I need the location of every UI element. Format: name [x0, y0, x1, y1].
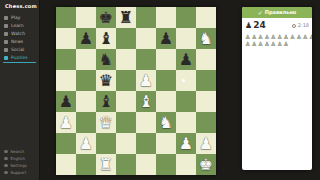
correct-banner-label: Правильно [265, 10, 297, 15]
settings-icon [4, 164, 8, 168]
black-knight-c6[interactable]: ♞ [96, 49, 116, 70]
white-bishop-e4[interactable]: ♝ [136, 91, 156, 112]
puzzles-icon [4, 56, 8, 60]
solved-puzzle-pawn-icon: ♟ [264, 41, 269, 47]
solved-puzzle-pawn-icon: ♟ [277, 34, 282, 40]
white-pawn-g2[interactable]: ♟ [176, 133, 196, 154]
sidebar-footer: SearchEnglishSettingsSupport [0, 148, 40, 176]
solved-puzzle-pawn-icon: ♟ [245, 41, 250, 47]
square-f7[interactable]: ♟ [156, 28, 176, 49]
sidebar-item-social[interactable]: Social [0, 46, 39, 54]
streak-row-1: ♟♟♟♟♟♟♟♟♟♟♟ [245, 33, 309, 40]
solved-puzzle-pawn-icon: ♟ [283, 41, 288, 47]
square-g3[interactable] [176, 112, 196, 133]
square-d3[interactable] [116, 112, 136, 133]
correct-banner: ✓ Правильно [242, 7, 312, 18]
white-pawn-h2[interactable]: ♟ [196, 133, 216, 154]
square-g6[interactable]: ♟ [176, 49, 196, 70]
square-b7[interactable]: ♟ [76, 28, 96, 49]
square-c5[interactable]: ♛ [96, 70, 116, 91]
square-c1[interactable]: ♜ [96, 154, 116, 175]
square-b1[interactable] [76, 154, 96, 175]
square-b3[interactable] [76, 112, 96, 133]
solved-puzzle-pawn-icon: ♟ [245, 34, 250, 40]
social-icon [4, 48, 8, 52]
square-h3[interactable] [196, 112, 216, 133]
square-e6[interactable] [136, 49, 156, 70]
solved-puzzle-pawn-icon: ♟ [258, 41, 263, 47]
square-b5[interactable] [76, 70, 96, 91]
white-rook-c1[interactable]: ♜ [96, 154, 116, 175]
square-d6[interactable] [116, 49, 136, 70]
square-a4[interactable]: ♟ [56, 91, 76, 112]
square-f5[interactable] [156, 70, 176, 91]
sidebar-footer-english[interactable]: English [0, 155, 40, 162]
solved-puzzle-pawn-icon: ♟ [296, 34, 301, 40]
square-d2[interactable] [116, 133, 136, 154]
cursor-dot [182, 79, 185, 82]
black-queen-c5[interactable]: ♛ [96, 70, 116, 91]
white-pawn-e5[interactable]: ♟ [136, 70, 156, 91]
square-h7[interactable]: ♞ [196, 28, 216, 49]
solved-puzzle-pawn-icon: ♟ [283, 34, 288, 40]
solved-puzzle-pawn-icon: ♟ [264, 34, 269, 40]
square-a8[interactable] [56, 7, 76, 28]
square-e7[interactable] [136, 28, 156, 49]
square-c6[interactable]: ♞ [96, 49, 116, 70]
solved-puzzle-pawn-icon: ♟ [258, 34, 263, 40]
news-icon [4, 40, 8, 44]
square-f6[interactable] [156, 49, 176, 70]
black-pawn-f7[interactable]: ♟ [156, 28, 176, 49]
square-a2[interactable] [56, 133, 76, 154]
black-rook-d8[interactable]: ♜ [116, 7, 136, 28]
square-f3[interactable]: ♞ [156, 112, 176, 133]
sidebar-footer-settings[interactable]: Settings [0, 162, 40, 169]
white-pawn-a3[interactable]: ♟ [56, 112, 76, 133]
square-h2[interactable]: ♟ [196, 133, 216, 154]
square-e5[interactable]: ♟ [136, 70, 156, 91]
square-b8[interactable] [76, 7, 96, 28]
learn-icon [4, 24, 8, 28]
square-f1[interactable] [156, 154, 176, 175]
solved-puzzle-pawn-icon: ♟ [309, 34, 312, 40]
square-c8[interactable]: ♚ [96, 7, 116, 28]
score-pawn-icon: ♟ [245, 22, 252, 30]
solved-puzzle-pawn-icon: ♟ [303, 34, 308, 40]
logo-text: Chess.com [5, 3, 37, 9]
square-d8[interactable]: ♜ [116, 7, 136, 28]
support-icon [4, 171, 8, 175]
square-c4[interactable]: ♝ [96, 91, 116, 112]
square-a6[interactable] [56, 49, 76, 70]
square-h6[interactable] [196, 49, 216, 70]
sidebar-footer-search[interactable]: Search [0, 148, 40, 155]
square-g4[interactable] [176, 91, 196, 112]
square-e4[interactable]: ♝ [136, 91, 156, 112]
logo[interactable]: Chess.com [0, 0, 39, 11]
timer-value: 2:18 [298, 23, 309, 28]
sidebar-footer-support[interactable]: Support [0, 169, 40, 176]
square-a3[interactable]: ♟ [56, 112, 76, 133]
square-e3[interactable] [136, 112, 156, 133]
check-icon: ✓ [258, 10, 263, 16]
square-c7[interactable]: ♝ [96, 28, 116, 49]
sidebar-item-learn[interactable]: Learn [0, 22, 39, 30]
black-pawn-g6[interactable]: ♟ [176, 49, 196, 70]
square-h4[interactable] [196, 91, 216, 112]
square-c3[interactable]: ♛ [96, 112, 116, 133]
white-king-h1[interactable]: ♚ [196, 154, 216, 175]
solved-puzzle-pawn-icon: ♟ [277, 41, 282, 47]
sidebar-nav: PlayLearnWatchNewsSocialPuzzles [0, 14, 39, 62]
square-g5[interactable] [176, 70, 196, 91]
white-queen-c3[interactable]: ♛ [96, 112, 116, 133]
square-d4[interactable] [116, 91, 136, 112]
square-a7[interactable] [56, 28, 76, 49]
black-bishop-c7[interactable]: ♝ [96, 28, 116, 49]
score-value: 24 [253, 21, 266, 30]
sidebar-item-watch[interactable]: Watch [0, 30, 39, 38]
square-a5[interactable] [56, 70, 76, 91]
streak-row-2: ♟♟♟♟♟♟♟ [245, 40, 309, 47]
square-f2[interactable] [156, 133, 176, 154]
play-icon [4, 16, 8, 20]
square-g7[interactable] [176, 28, 196, 49]
square-e8[interactable] [136, 7, 156, 28]
square-h1[interactable]: ♚ [196, 154, 216, 175]
white-knight-f3[interactable]: ♞ [156, 112, 176, 133]
white-knight-h7[interactable]: ♞ [196, 28, 216, 49]
square-a1[interactable] [56, 154, 76, 175]
sidebar: Chess.com PlayLearnWatchNewsSocialPuzzle… [0, 0, 40, 180]
app-window: Chess.com PlayLearnWatchNewsSocialPuzzle… [0, 0, 320, 180]
solved-puzzle-pawn-icon: ♟ [251, 41, 256, 47]
timer: 2:18 [292, 23, 309, 28]
black-pawn-b7[interactable]: ♟ [76, 28, 96, 49]
square-f4[interactable] [156, 91, 176, 112]
square-d7[interactable] [116, 28, 136, 49]
square-g2[interactable]: ♟ [176, 133, 196, 154]
square-b4[interactable] [76, 91, 96, 112]
watch-icon [4, 32, 8, 36]
square-b2[interactable]: ♟ [76, 133, 96, 154]
square-d1[interactable] [116, 154, 136, 175]
square-e2[interactable] [136, 133, 156, 154]
white-pawn-b2[interactable]: ♟ [76, 133, 96, 154]
puzzle-panel: ✓ Правильно ♟ 24 2:18 ♟♟♟♟♟♟♟♟♟♟♟♟♟♟♟♟♟♟ [242, 7, 312, 170]
streak-rows: ♟♟♟♟♟♟♟♟♟♟♟♟♟♟♟♟♟♟ [242, 31, 312, 47]
square-d5[interactable] [116, 70, 136, 91]
sidebar-item-puzzles[interactable]: Puzzles [0, 54, 39, 62]
square-h8[interactable] [196, 7, 216, 28]
chess-board[interactable]: ♚♜♟♝♟♞♞♟♛♟♟♝♝♟♛♞♟♟♟♜♚ [56, 7, 216, 175]
square-h5[interactable] [196, 70, 216, 91]
solved-puzzle-pawn-icon: ♟ [251, 34, 256, 40]
square-g8[interactable] [176, 7, 196, 28]
english-icon [4, 157, 8, 161]
search-icon [4, 150, 8, 154]
sidebar-item-news[interactable]: News [0, 38, 39, 46]
square-f8[interactable] [156, 7, 176, 28]
square-c2[interactable] [96, 133, 116, 154]
solved-puzzle-pawn-icon: ♟ [271, 34, 276, 40]
sidebar-item-play[interactable]: Play [0, 14, 39, 22]
solved-puzzle-pawn-icon: ♟ [290, 34, 295, 40]
black-king-c8[interactable]: ♚ [96, 7, 116, 28]
solved-puzzle-pawn-icon: ♟ [271, 41, 276, 47]
square-e1[interactable] [136, 154, 156, 175]
black-bishop-c4[interactable]: ♝ [96, 91, 116, 112]
clock-icon [292, 24, 296, 28]
black-pawn-a4[interactable]: ♟ [56, 91, 76, 112]
square-b6[interactable] [76, 49, 96, 70]
score-row: ♟ 24 2:18 [242, 18, 312, 31]
square-g1[interactable] [176, 154, 196, 175]
